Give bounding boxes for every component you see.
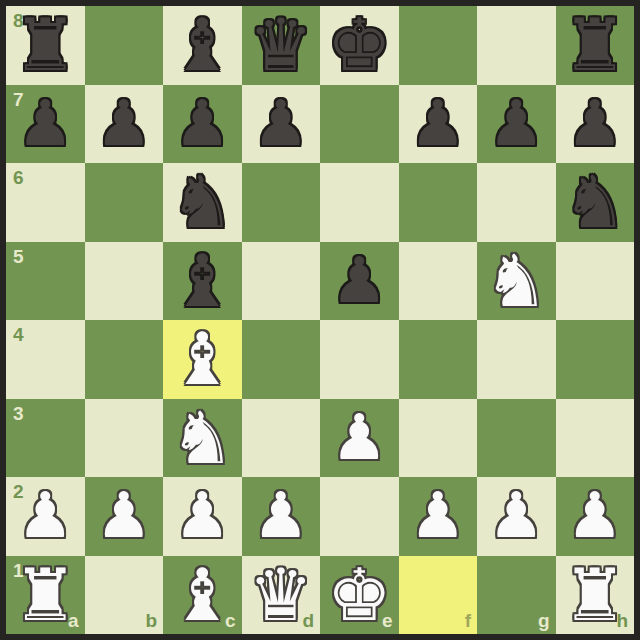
piece-black-bishop[interactable]: ♝ [170, 6, 235, 84]
square-c1[interactable]: c♝ [163, 556, 242, 635]
square-f8[interactable] [399, 6, 478, 85]
square-h5[interactable] [556, 242, 635, 321]
square-g5[interactable]: ♞ [477, 242, 556, 321]
square-f7[interactable]: ♟ [399, 85, 478, 164]
square-c6[interactable]: ♞ [163, 163, 242, 242]
square-b2[interactable]: ♟ [85, 477, 164, 556]
square-d2[interactable]: ♟ [242, 477, 321, 556]
piece-white-king[interactable]: ♚ [327, 556, 392, 634]
square-a8[interactable]: 8♜ [6, 6, 85, 85]
piece-black-pawn[interactable]: ♟ [17, 85, 73, 163]
square-c3[interactable]: ♞ [163, 399, 242, 478]
square-h3[interactable] [556, 399, 635, 478]
square-b1[interactable]: b [85, 556, 164, 635]
square-h4[interactable] [556, 320, 635, 399]
chess-board: 8♜♝♛♚♜7♟♟♟♟♟♟♟6♞♞5♝♟♞4♝3♞♟2♟♟♟♟♟♟♟1a♜bc♝… [6, 6, 634, 634]
square-d7[interactable]: ♟ [242, 85, 321, 164]
square-d3[interactable] [242, 399, 321, 478]
square-c8[interactable]: ♝ [163, 6, 242, 85]
square-c7[interactable]: ♟ [163, 85, 242, 164]
square-g2[interactable]: ♟ [477, 477, 556, 556]
piece-white-rook[interactable]: ♜ [13, 556, 78, 634]
piece-black-pawn[interactable]: ♟ [567, 85, 623, 163]
square-c5[interactable]: ♝ [163, 242, 242, 321]
square-d1[interactable]: d♛ [242, 556, 321, 635]
piece-black-pawn[interactable]: ♟ [410, 85, 466, 163]
piece-white-pawn[interactable]: ♟ [174, 477, 230, 555]
square-g4[interactable] [477, 320, 556, 399]
square-a2[interactable]: 2♟ [6, 477, 85, 556]
square-g1[interactable]: g [477, 556, 556, 635]
piece-black-rook[interactable]: ♜ [13, 6, 78, 84]
square-b5[interactable] [85, 242, 164, 321]
piece-black-knight[interactable]: ♞ [562, 163, 627, 241]
square-b3[interactable] [85, 399, 164, 478]
piece-white-knight[interactable]: ♞ [484, 242, 549, 320]
piece-white-pawn[interactable]: ♟ [253, 477, 309, 555]
piece-black-king[interactable]: ♚ [327, 6, 392, 84]
file-label-g: g [538, 611, 550, 630]
square-b8[interactable] [85, 6, 164, 85]
piece-black-rook[interactable]: ♜ [562, 6, 627, 84]
chess-board-frame: 8♜♝♛♚♜7♟♟♟♟♟♟♟6♞♞5♝♟♞4♝3♞♟2♟♟♟♟♟♟♟1a♜bc♝… [0, 0, 640, 640]
square-b4[interactable] [85, 320, 164, 399]
square-e1[interactable]: e♚ [320, 556, 399, 635]
square-e3[interactable]: ♟ [320, 399, 399, 478]
piece-white-pawn[interactable]: ♟ [96, 477, 152, 555]
file-label-b: b [145, 611, 157, 630]
rank-label-3: 3 [13, 404, 24, 423]
square-c4[interactable]: ♝ [163, 320, 242, 399]
rank-label-6: 6 [13, 168, 24, 187]
piece-white-pawn[interactable]: ♟ [488, 477, 544, 555]
piece-white-queen[interactable]: ♛ [248, 556, 313, 634]
square-h8[interactable]: ♜ [556, 6, 635, 85]
square-f5[interactable] [399, 242, 478, 321]
piece-black-knight[interactable]: ♞ [170, 163, 235, 241]
piece-white-pawn[interactable]: ♟ [567, 477, 623, 555]
square-h2[interactable]: ♟ [556, 477, 635, 556]
square-a5[interactable]: 5 [6, 242, 85, 321]
square-a4[interactable]: 4 [6, 320, 85, 399]
square-f3[interactable] [399, 399, 478, 478]
piece-black-pawn[interactable]: ♟ [174, 85, 230, 163]
square-h7[interactable]: ♟ [556, 85, 635, 164]
piece-black-pawn[interactable]: ♟ [96, 85, 152, 163]
square-a1[interactable]: 1a♜ [6, 556, 85, 635]
square-d6[interactable] [242, 163, 321, 242]
square-e6[interactable] [320, 163, 399, 242]
square-g7[interactable]: ♟ [477, 85, 556, 164]
square-h6[interactable]: ♞ [556, 163, 635, 242]
piece-white-knight[interactable]: ♞ [170, 399, 235, 477]
piece-white-pawn[interactable]: ♟ [331, 399, 387, 477]
piece-black-pawn[interactable]: ♟ [488, 85, 544, 163]
piece-black-queen[interactable]: ♛ [248, 6, 313, 84]
square-b6[interactable] [85, 163, 164, 242]
square-e2[interactable] [320, 477, 399, 556]
piece-black-pawn[interactable]: ♟ [331, 242, 387, 320]
square-f4[interactable] [399, 320, 478, 399]
piece-white-pawn[interactable]: ♟ [17, 477, 73, 555]
square-g8[interactable] [477, 6, 556, 85]
square-h1[interactable]: h♜ [556, 556, 635, 635]
square-d8[interactable]: ♛ [242, 6, 321, 85]
square-f1[interactable]: f [399, 556, 478, 635]
square-g6[interactable] [477, 163, 556, 242]
piece-white-rook[interactable]: ♜ [562, 556, 627, 634]
piece-white-pawn[interactable]: ♟ [410, 477, 466, 555]
square-a7[interactable]: 7♟ [6, 85, 85, 164]
square-e8[interactable]: ♚ [320, 6, 399, 85]
square-f2[interactable]: ♟ [399, 477, 478, 556]
square-g3[interactable] [477, 399, 556, 478]
square-c2[interactable]: ♟ [163, 477, 242, 556]
square-b7[interactable]: ♟ [85, 85, 164, 164]
piece-black-bishop[interactable]: ♝ [170, 242, 235, 320]
file-label-f: f [465, 611, 471, 630]
piece-black-pawn[interactable]: ♟ [253, 85, 309, 163]
square-e7[interactable] [320, 85, 399, 164]
rank-label-4: 4 [13, 325, 24, 344]
square-a6[interactable]: 6 [6, 163, 85, 242]
rank-label-5: 5 [13, 247, 24, 266]
square-a3[interactable]: 3 [6, 399, 85, 478]
piece-white-bishop[interactable]: ♝ [170, 556, 235, 634]
square-e5[interactable]: ♟ [320, 242, 399, 321]
square-d4[interactable] [242, 320, 321, 399]
square-d5[interactable] [242, 242, 321, 321]
piece-white-bishop[interactable]: ♝ [170, 320, 235, 398]
square-f6[interactable] [399, 163, 478, 242]
square-e4[interactable] [320, 320, 399, 399]
